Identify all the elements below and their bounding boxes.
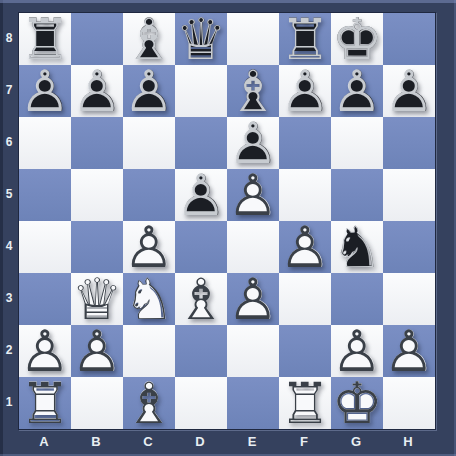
rank-labels: 8 7 6 5 4 3 2 1 [0,12,18,428]
board: ♜♖♝♗♛♕♜♖♚♔♟♙♟♙♟♙♝♗♟♙♟♙♟♙♟♙♟♙♟♙♟♙♟♙♞♘♛♕♞♘… [18,12,436,430]
piece-glyph-outline: ♙ [383,325,435,377]
white-bishop-icon: ♝♗ [175,273,227,325]
rank-label-5: 5 [0,168,18,220]
square-h4[interactable] [383,221,435,273]
black-pawn-icon: ♟♙ [71,65,123,117]
square-a6[interactable] [19,117,71,169]
square-c1[interactable]: ♝♗ [123,377,175,429]
piece-glyph-outline: ♙ [71,65,123,117]
piece-glyph-outline: ♘ [123,273,175,325]
rank-label-4: 4 [0,220,18,272]
file-labels: A B C D E F G H [18,430,434,456]
white-pawn-icon: ♟♙ [227,169,279,221]
square-b1[interactable] [71,377,123,429]
square-d1[interactable] [175,377,227,429]
square-b6[interactable] [71,117,123,169]
piece-glyph-outline: ♙ [19,65,71,117]
file-label-a: A [18,430,70,456]
square-b7[interactable]: ♟♙ [71,65,123,117]
black-pawn-icon: ♟♙ [175,169,227,221]
piece-glyph-outline: ♙ [175,169,227,221]
piece-glyph-outline: ♙ [227,169,279,221]
file-label-c: C [122,430,174,456]
piece-glyph-outline: ♕ [175,13,227,65]
piece-glyph-outline: ♔ [331,377,383,429]
rank-label-2: 2 [0,324,18,376]
square-d5[interactable]: ♟♙ [175,169,227,221]
white-pawn-icon: ♟♙ [71,325,123,377]
square-c7[interactable]: ♟♙ [123,65,175,117]
piece-glyph-outline: ♙ [279,65,331,117]
rank-label-8: 8 [0,12,18,64]
black-pawn-icon: ♟♙ [279,65,331,117]
piece-glyph-outline: ♖ [279,377,331,429]
square-f7[interactable]: ♟♙ [279,65,331,117]
square-e3[interactable]: ♟♙ [227,273,279,325]
square-h5[interactable] [383,169,435,221]
black-pawn-icon: ♟♙ [383,65,435,117]
piece-glyph-outline: ♙ [227,273,279,325]
square-f1[interactable]: ♜♖ [279,377,331,429]
white-pawn-icon: ♟♙ [279,221,331,273]
white-rook-icon: ♜♖ [279,377,331,429]
black-pawn-icon: ♟♙ [331,65,383,117]
black-knight-icon: ♞♘ [331,221,383,273]
rank-label-6: 6 [0,116,18,168]
square-a1[interactable]: ♜♖ [19,377,71,429]
piece-glyph-outline: ♙ [279,221,331,273]
piece-glyph-outline: ♘ [331,221,383,273]
square-f4[interactable]: ♟♙ [279,221,331,273]
file-label-e: E [226,430,278,456]
piece-glyph-outline: ♙ [123,65,175,117]
chess-board-frame: 8 7 6 5 4 3 2 1 ♜♖♝♗♛♕♜♖♚♔♟♙♟♙♟♙♝♗♟♙♟♙♟♙… [0,0,456,456]
square-f6[interactable] [279,117,331,169]
square-h1[interactable] [383,377,435,429]
piece-glyph-outline: ♙ [331,65,383,117]
square-d3[interactable]: ♝♗ [175,273,227,325]
square-d8[interactable]: ♛♕ [175,13,227,65]
square-a4[interactable] [19,221,71,273]
square-h2[interactable]: ♟♙ [383,325,435,377]
piece-glyph-outline: ♗ [175,273,227,325]
square-f3[interactable] [279,273,331,325]
square-d7[interactable] [175,65,227,117]
file-label-h: H [382,430,434,456]
black-queen-icon: ♛♕ [175,13,227,65]
square-a5[interactable] [19,169,71,221]
white-pawn-icon: ♟♙ [227,273,279,325]
square-b5[interactable] [71,169,123,221]
square-c3[interactable]: ♞♘ [123,273,175,325]
square-h7[interactable]: ♟♙ [383,65,435,117]
square-g6[interactable] [331,117,383,169]
white-bishop-icon: ♝♗ [123,377,175,429]
rank-label-1: 1 [0,376,18,428]
piece-glyph-outline: ♙ [383,65,435,117]
square-e5[interactable]: ♟♙ [227,169,279,221]
square-h6[interactable] [383,117,435,169]
white-pawn-icon: ♟♙ [383,325,435,377]
white-knight-icon: ♞♘ [123,273,175,325]
square-d2[interactable] [175,325,227,377]
square-g1[interactable]: ♚♔ [331,377,383,429]
piece-glyph-outline: ♖ [19,377,71,429]
rank-label-7: 7 [0,64,18,116]
square-c6[interactable] [123,117,175,169]
piece-glyph-outline: ♙ [71,325,123,377]
black-pawn-icon: ♟♙ [123,65,175,117]
square-a7[interactable]: ♟♙ [19,65,71,117]
square-g7[interactable]: ♟♙ [331,65,383,117]
square-g4[interactable]: ♞♘ [331,221,383,273]
file-label-g: G [330,430,382,456]
file-label-f: F [278,430,330,456]
piece-glyph-outline: ♗ [123,377,175,429]
white-king-icon: ♚♔ [331,377,383,429]
file-label-b: B [70,430,122,456]
black-pawn-icon: ♟♙ [19,65,71,117]
file-label-d: D [174,430,226,456]
rank-label-3: 3 [0,272,18,324]
white-rook-icon: ♜♖ [19,377,71,429]
square-b2[interactable]: ♟♙ [71,325,123,377]
square-e2[interactable] [227,325,279,377]
square-e1[interactable] [227,377,279,429]
